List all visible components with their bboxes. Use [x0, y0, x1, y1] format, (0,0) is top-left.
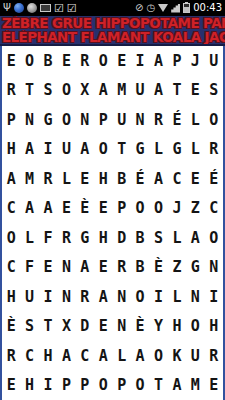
- grid-cell[interactable]: A: [39, 194, 57, 224]
- grid-cell[interactable]: B: [112, 164, 130, 194]
- recorder-app-icon: [27, 3, 37, 13]
- grid-cell[interactable]: C: [2, 253, 20, 283]
- grid-cell[interactable]: B: [39, 46, 57, 76]
- grid-cell[interactable]: U: [112, 105, 130, 135]
- grid-cell[interactable]: E: [186, 164, 204, 194]
- grid-cell[interactable]: O: [186, 312, 204, 342]
- grid-cell[interactable]: L: [112, 341, 130, 371]
- grid-cell[interactable]: R: [205, 341, 223, 371]
- grid-cell[interactable]: O: [57, 105, 75, 135]
- grid-cell[interactable]: O: [131, 282, 149, 312]
- grid-cell[interactable]: F: [20, 253, 38, 283]
- grid-cell[interactable]: A: [168, 371, 186, 400]
- silent-mode-icon: ⊘: [135, 3, 143, 13]
- grid-cell[interactable]: R: [149, 105, 167, 135]
- wifi-icon: [158, 4, 168, 12]
- grid-cell[interactable]: L: [186, 105, 204, 135]
- grid-cell[interactable]: Z: [168, 253, 186, 283]
- grid-cell[interactable]: H: [20, 371, 38, 400]
- grid-cell[interactable]: M: [112, 76, 130, 106]
- grid-cell[interactable]: A: [94, 76, 112, 106]
- grid-cell[interactable]: È: [149, 253, 167, 283]
- alarm-icon: ◷: [146, 3, 155, 13]
- grid-cell[interactable]: E: [39, 253, 57, 283]
- grid-cell[interactable]: I: [39, 371, 57, 400]
- grid-cell[interactable]: N: [112, 282, 130, 312]
- grid-cell[interactable]: O: [149, 341, 167, 371]
- grid-cell[interactable]: E: [57, 194, 75, 224]
- grid-cell[interactable]: L: [168, 223, 186, 253]
- grid-cell[interactable]: L: [168, 282, 186, 312]
- grid-cell[interactable]: A: [131, 341, 149, 371]
- grid-cell[interactable]: P: [168, 46, 186, 76]
- grid-cell[interactable]: A: [76, 135, 94, 165]
- grid-cell[interactable]: R: [2, 341, 20, 371]
- grid-cell[interactable]: G: [131, 135, 149, 165]
- grid-cell[interactable]: O: [131, 194, 149, 224]
- grid-cell[interactable]: P: [112, 194, 130, 224]
- grid-cell[interactable]: I: [205, 282, 223, 312]
- letter-grid[interactable]: EOBEROEIAPJURTSOXAMUATESPNGONPUNRÉLOHAIU…: [2, 46, 223, 400]
- grid-cell[interactable]: A: [186, 223, 204, 253]
- grid-cell[interactable]: O: [20, 46, 38, 76]
- grid-cell[interactable]: D: [112, 223, 130, 253]
- grid-cell[interactable]: L: [186, 135, 204, 165]
- grid-cell[interactable]: I: [39, 135, 57, 165]
- usb-icon: Ψ: [3, 3, 11, 13]
- grid-cell[interactable]: A: [2, 164, 20, 194]
- grid-cell[interactable]: U: [186, 341, 204, 371]
- grid-cell[interactable]: A: [149, 164, 167, 194]
- grid-cell[interactable]: S: [205, 76, 223, 106]
- grid-cell[interactable]: Y: [149, 312, 167, 342]
- grid-cell[interactable]: T: [149, 371, 167, 400]
- grid-cell[interactable]: H: [39, 341, 57, 371]
- grid-cell[interactable]: A: [149, 76, 167, 106]
- grid-cell[interactable]: I: [39, 282, 57, 312]
- grid-cell[interactable]: E: [2, 46, 20, 76]
- grid-cell[interactable]: N: [20, 105, 38, 135]
- grid-cell[interactable]: F: [39, 223, 57, 253]
- grid-cell[interactable]: O: [94, 46, 112, 76]
- grid-cell[interactable]: U: [20, 282, 38, 312]
- browser-app-icon: [14, 3, 24, 13]
- grid-cell[interactable]: R: [112, 253, 130, 283]
- grid-cell[interactable]: H: [94, 223, 112, 253]
- grid-cell[interactable]: N: [112, 312, 130, 342]
- grid-cell[interactable]: U: [205, 46, 223, 76]
- grid-cell[interactable]: M: [20, 164, 38, 194]
- grid-cell[interactable]: R: [57, 223, 75, 253]
- word-list-line-1: ZÈBRE GRUE HIPPOPOTAME PANTHÈRE: [0, 16, 225, 30]
- grid-cell[interactable]: R: [39, 164, 57, 194]
- grid-cell[interactable]: O: [94, 135, 112, 165]
- grid-cell[interactable]: O: [57, 76, 75, 106]
- status-bar: Ψ ☑ ☑ ⊘ ◷ 00:43: [0, 0, 225, 16]
- grid-cell[interactable]: G: [168, 135, 186, 165]
- grid-cell[interactable]: H: [168, 312, 186, 342]
- grid-cell[interactable]: P: [57, 371, 75, 400]
- screenshot-icon: [40, 4, 51, 12]
- grid-cell[interactable]: N: [57, 253, 75, 283]
- grid-cell[interactable]: O: [149, 194, 167, 224]
- word-search-board[interactable]: EOBEROEIAPJURTSOXAMUATESPNGONPUNRÉLOHAIU…: [0, 46, 225, 400]
- grid-cell[interactable]: E: [76, 164, 94, 194]
- grid-cell[interactable]: I: [131, 46, 149, 76]
- grid-cell[interactable]: Z: [186, 194, 204, 224]
- grid-cell[interactable]: R: [76, 46, 94, 76]
- grid-cell[interactable]: K: [168, 341, 186, 371]
- grid-cell[interactable]: P: [76, 371, 94, 400]
- grid-cell[interactable]: I: [149, 282, 167, 312]
- grid-cell[interactable]: C: [2, 194, 20, 224]
- grid-cell[interactable]: È: [76, 194, 94, 224]
- grid-cell[interactable]: O: [131, 371, 149, 400]
- grid-cell[interactable]: A: [20, 135, 38, 165]
- grid-cell[interactable]: É: [168, 105, 186, 135]
- grid-cell[interactable]: E: [205, 371, 223, 400]
- grid-cell[interactable]: A: [94, 282, 112, 312]
- grid-cell[interactable]: S: [20, 312, 38, 342]
- grid-cell[interactable]: S: [39, 76, 57, 106]
- grid-cell[interactable]: B: [131, 253, 149, 283]
- grid-cell[interactable]: R: [2, 76, 20, 106]
- grid-cell[interactable]: G: [76, 223, 94, 253]
- grid-cell[interactable]: A: [20, 194, 38, 224]
- grid-cell[interactable]: J: [168, 194, 186, 224]
- grid-cell[interactable]: E: [57, 46, 75, 76]
- grid-cell[interactable]: G: [186, 253, 204, 283]
- grid-cell[interactable]: É: [205, 164, 223, 194]
- grid-cell[interactable]: T: [168, 76, 186, 106]
- grid-cell[interactable]: E: [94, 312, 112, 342]
- grid-cell[interactable]: N: [186, 282, 204, 312]
- grid-cell[interactable]: H: [2, 282, 20, 312]
- grid-cell[interactable]: O: [94, 371, 112, 400]
- word-list-banner: ZÈBRE GRUE HIPPOPOTAME PANTHÈRE ÉLÉPHANT…: [0, 16, 225, 46]
- grid-cell[interactable]: R: [76, 282, 94, 312]
- grid-cell[interactable]: P: [94, 105, 112, 135]
- grid-cell[interactable]: E: [94, 194, 112, 224]
- grid-cell[interactable]: R: [205, 135, 223, 165]
- grid-cell[interactable]: T: [112, 135, 130, 165]
- grid-cell[interactable]: É: [131, 164, 149, 194]
- grid-cell[interactable]: U: [131, 76, 149, 106]
- grid-cell[interactable]: È: [2, 312, 20, 342]
- grid-cell[interactable]: A: [94, 341, 112, 371]
- grid-cell[interactable]: S: [149, 223, 167, 253]
- grid-cell[interactable]: P: [112, 371, 130, 400]
- grid-cell[interactable]: C: [20, 341, 38, 371]
- grid-cell[interactable]: U: [57, 135, 75, 165]
- grid-cell[interactable]: O: [205, 105, 223, 135]
- grid-cell[interactable]: A: [76, 253, 94, 283]
- check-icon: ☑: [67, 3, 77, 14]
- grid-cell[interactable]: È: [131, 312, 149, 342]
- battery-icon: [183, 3, 190, 13]
- grid-cell[interactable]: H: [2, 135, 20, 165]
- signal-icon: [171, 4, 180, 13]
- grid-cell[interactable]: J: [186, 46, 204, 76]
- grid-cell[interactable]: G: [39, 105, 57, 135]
- grid-cell[interactable]: O: [205, 223, 223, 253]
- grid-cell[interactable]: X: [76, 76, 94, 106]
- grid-cell[interactable]: T: [39, 312, 57, 342]
- grid-cell[interactable]: P: [2, 105, 20, 135]
- grid-cell[interactable]: T: [20, 76, 38, 106]
- status-bar-left: Ψ ☑ ☑: [3, 3, 77, 14]
- grid-cell[interactable]: L: [149, 135, 167, 165]
- grid-cell[interactable]: A: [149, 46, 167, 76]
- grid-cell[interactable]: E: [2, 371, 20, 400]
- check-icon: ☑: [54, 3, 64, 14]
- word-list-line-2: ÉLÉPHANT FLAMANT KOALA JAGUAR: [0, 30, 225, 44]
- grid-cell[interactable]: H: [205, 312, 223, 342]
- grid-cell[interactable]: C: [205, 194, 223, 224]
- grid-cell[interactable]: B: [131, 223, 149, 253]
- grid-cell[interactable]: N: [131, 105, 149, 135]
- status-bar-right: ⊘ ◷ 00:43: [135, 3, 222, 13]
- grid-cell[interactable]: O: [2, 223, 20, 253]
- grid-cell[interactable]: H: [94, 164, 112, 194]
- grid-cell[interactable]: L: [20, 223, 38, 253]
- grid-cell[interactable]: C: [168, 164, 186, 194]
- grid-cell[interactable]: X: [57, 312, 75, 342]
- grid-cell[interactable]: M: [186, 371, 204, 400]
- grid-cell[interactable]: E: [112, 46, 130, 76]
- grid-cell[interactable]: N: [205, 253, 223, 283]
- grid-cell[interactable]: D: [76, 312, 94, 342]
- status-bar-clock: 00:43: [193, 3, 222, 13]
- grid-cell[interactable]: N: [57, 282, 75, 312]
- grid-cell[interactable]: N: [76, 105, 94, 135]
- grid-cell[interactable]: E: [94, 253, 112, 283]
- grid-cell[interactable]: E: [186, 76, 204, 106]
- grid-cell[interactable]: A: [57, 341, 75, 371]
- grid-cell[interactable]: C: [76, 341, 94, 371]
- grid-cell[interactable]: L: [57, 164, 75, 194]
